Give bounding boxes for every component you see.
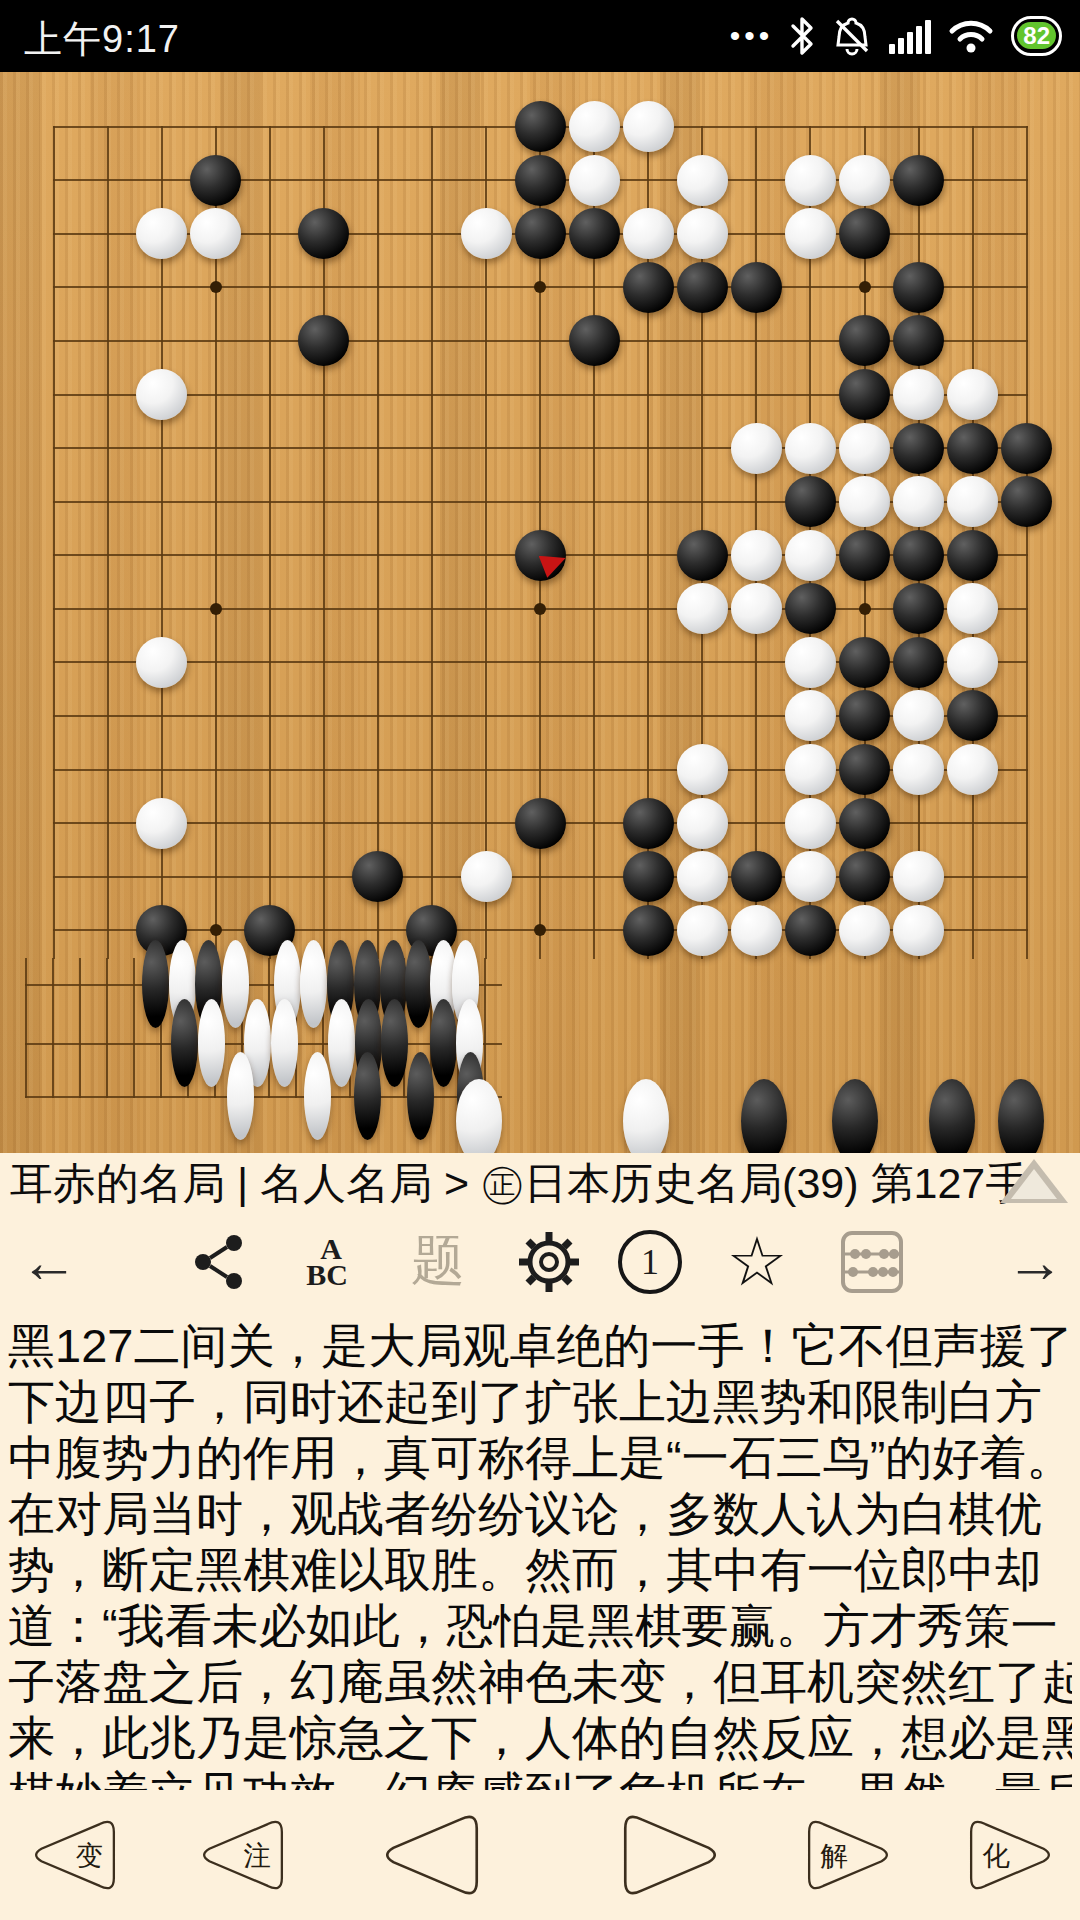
- stone-black: [947, 690, 998, 741]
- stone-white: [785, 690, 836, 741]
- stone-white: [569, 101, 620, 152]
- status-bar: 上午9:17 ••• 82: [0, 0, 1080, 72]
- grid-line-v: [377, 126, 379, 960]
- stone-black-distorted: [381, 999, 408, 1087]
- stone-black: [839, 851, 890, 902]
- stone-black: [623, 851, 674, 902]
- prev-move-button[interactable]: [371, 1794, 493, 1916]
- stone-black: [190, 155, 241, 206]
- stone-black: [1001, 423, 1052, 474]
- stone-black: [352, 851, 403, 902]
- title-bar: 耳赤的名局 | 名人名局 > ㊣日本历史名局(39) 第127手: [0, 1153, 1080, 1211]
- abc-icon: A BC: [306, 1236, 348, 1288]
- stone-white: [677, 583, 728, 634]
- grid-line-v: [1026, 126, 1028, 960]
- nav-button-化[interactable]: 化: [957, 1802, 1063, 1908]
- stone-white: [677, 744, 728, 795]
- collapse-board-button[interactable]: [1000, 1159, 1068, 1203]
- stone-black: [515, 798, 566, 849]
- forward-button[interactable]: →: [1000, 1211, 1070, 1312]
- stone-white-distorted: [222, 940, 249, 1028]
- stone-black: [677, 530, 728, 581]
- star-point: [534, 603, 546, 615]
- commentary-line: 下边四子，同时还起到了扩张上边黑势和限制白方: [8, 1374, 1072, 1430]
- grid-line-v: [53, 126, 55, 960]
- stone-white-distorted: [304, 1052, 331, 1140]
- star-point: [534, 924, 546, 936]
- stone-white: [947, 369, 998, 420]
- stone-black: [623, 905, 674, 956]
- stone-black: [785, 905, 836, 956]
- stone-black: [677, 262, 728, 313]
- coordinates-button[interactable]: A BC: [292, 1211, 362, 1312]
- star-point: [210, 281, 222, 293]
- clock: 上午9:17: [24, 14, 180, 65]
- share-button[interactable]: [185, 1211, 255, 1312]
- svg-text:变: 变: [75, 1840, 102, 1871]
- grid-line-v-distorted: [133, 958, 135, 1098]
- grid-line-v-distorted: [52, 958, 54, 1098]
- stone-black: [1001, 476, 1052, 527]
- stone-black: [947, 530, 998, 581]
- wifi-icon: [947, 17, 995, 55]
- stone-black: [731, 851, 782, 902]
- stone-white: [785, 530, 836, 581]
- stone-black: [893, 423, 944, 474]
- gear-icon: [516, 1229, 582, 1295]
- stone-black-distorted: [142, 940, 169, 1028]
- stone-white: [785, 423, 836, 474]
- next-move-button[interactable]: [609, 1794, 731, 1916]
- game-title: 耳赤的名局 | 名人名局 > ㊣日本历史名局(39) 第127手: [10, 1155, 1028, 1213]
- nav-button-注[interactable]: 注: [190, 1802, 296, 1908]
- stone-white: [893, 851, 944, 902]
- stone-white: [839, 905, 890, 956]
- stone-white: [731, 530, 782, 581]
- overflow-dots-icon: •••: [730, 0, 774, 72]
- stone-black-distorted: [998, 1079, 1044, 1153]
- stone-white: [893, 476, 944, 527]
- star-point: [859, 603, 871, 615]
- stone-white: [677, 905, 728, 956]
- svg-text:解: 解: [820, 1840, 847, 1871]
- stone-white: [785, 851, 836, 902]
- share-icon: [189, 1231, 251, 1293]
- star-point: [859, 281, 871, 293]
- stone-black: [839, 208, 890, 259]
- stone-white-distorted: [328, 999, 355, 1087]
- stone-white-distorted: [300, 940, 327, 1028]
- stone-white: [893, 369, 944, 420]
- stone-white: [677, 155, 728, 206]
- grid-line-v: [431, 126, 433, 960]
- commentary-line: 在对局当时，观战者纷纷议论，多数人认为白棋优: [8, 1486, 1072, 1542]
- go-board[interactable]: [0, 72, 1080, 1153]
- stone-white: [893, 905, 944, 956]
- commentary-text: 黑127二间关，是大局观卓绝的一手！它不但声援了下边四子，同时还起到了扩张上边黑…: [8, 1318, 1072, 1800]
- app-screen: 上午9:17 ••• 82: [0, 0, 1080, 1920]
- stone-black: [623, 798, 674, 849]
- stone-white: [947, 637, 998, 688]
- toolbar: ← A BC 题: [0, 1211, 1080, 1312]
- stone-white: [893, 690, 944, 741]
- commentary-line: 中腹势力的作用，真可称得上是“一石三鸟”的好着。: [8, 1430, 1072, 1486]
- commentary-line: 道：“我看未必如此，恐怕是黑棋要赢。方才秀策一: [8, 1598, 1072, 1654]
- stone-black-distorted: [741, 1079, 787, 1153]
- stone-black-distorted: [407, 1052, 434, 1140]
- stone-black-distorted: [354, 1052, 381, 1140]
- grid-line-v: [269, 126, 271, 960]
- stone-white: [461, 208, 512, 259]
- grid-line-v-distorted: [106, 958, 108, 1098]
- bluetooth-icon: [789, 16, 815, 56]
- commentary-line: 子落盘之后，幻庵虽然神色未变，但耳机突然红了起: [8, 1654, 1072, 1710]
- stone-white: [947, 583, 998, 634]
- stone-black: [731, 262, 782, 313]
- stone-white: [190, 208, 241, 259]
- stone-white: [136, 798, 187, 849]
- stone-white: [569, 155, 620, 206]
- battery-icon: 82: [1011, 16, 1062, 56]
- grid-line-v-distorted: [25, 958, 27, 1098]
- stone-black: [623, 262, 674, 313]
- stone-black-distorted: [832, 1079, 878, 1153]
- stone-black: [839, 369, 890, 420]
- stone-black: [298, 208, 349, 259]
- move-number-icon: 1: [618, 1230, 682, 1294]
- stone-black-distorted: [929, 1079, 975, 1153]
- stone-black: [569, 208, 620, 259]
- grid-line-v-distorted: [79, 958, 81, 1098]
- stone-black-distorted: [405, 940, 432, 1028]
- star-point: [210, 603, 222, 615]
- commentary-line: 黑127二间关，是大局观卓绝的一手！它不但声援了: [8, 1318, 1072, 1374]
- stone-white: [839, 155, 890, 206]
- stone-white: [839, 476, 890, 527]
- stone-white: [136, 208, 187, 259]
- stone-black-distorted: [171, 999, 198, 1087]
- stone-black: [893, 637, 944, 688]
- svg-text:化: 化: [982, 1840, 1010, 1871]
- commentary-line: 势，断定黑棋难以取胜。然而，其中有一位郎中却: [8, 1542, 1072, 1598]
- stone-black: [839, 637, 890, 688]
- stone-black: [947, 423, 998, 474]
- stone-black: [515, 101, 566, 152]
- stone-white-distorted: [198, 999, 225, 1087]
- stone-black: [569, 315, 620, 366]
- stone-white: [731, 583, 782, 634]
- commentary-line: 来，此兆乃是惊急之下，人体的自然反应，想必是黑: [8, 1710, 1072, 1766]
- battery-percent: 82: [1017, 22, 1056, 49]
- stone-black: [893, 583, 944, 634]
- stone-black: [893, 155, 944, 206]
- stone-white: [677, 851, 728, 902]
- problem-button[interactable]: 题: [403, 1211, 473, 1312]
- stone-black: [515, 208, 566, 259]
- stone-white-distorted: [227, 1052, 254, 1140]
- stone-black: [839, 798, 890, 849]
- stone-black: [893, 530, 944, 581]
- stone-white-distorted: [623, 1079, 669, 1153]
- svg-text:注: 注: [243, 1840, 270, 1871]
- favorite-button[interactable]: ☆: [722, 1211, 792, 1312]
- stone-white: [677, 208, 728, 259]
- stone-white: [623, 101, 674, 152]
- last-move-marker: [539, 556, 566, 578]
- stone-black: [839, 690, 890, 741]
- back-button[interactable]: ←: [14, 1211, 84, 1312]
- nav-button-解[interactable]: 解: [795, 1802, 901, 1908]
- stone-white: [136, 369, 187, 420]
- signal-bars-icon: [889, 18, 931, 54]
- stone-white-distorted: [271, 999, 298, 1087]
- stone-white: [731, 423, 782, 474]
- stone-black: [893, 315, 944, 366]
- star-point: [534, 281, 546, 293]
- settings-button[interactable]: [514, 1211, 584, 1312]
- stone-white: [461, 851, 512, 902]
- stone-black: [839, 530, 890, 581]
- stone-white: [623, 208, 674, 259]
- counting-button[interactable]: [837, 1211, 907, 1312]
- stone-black: [893, 262, 944, 313]
- bottom-button-bar: 变注解化: [0, 1790, 1080, 1920]
- stone-white: [947, 476, 998, 527]
- stone-black: [785, 476, 836, 527]
- stone-black: [785, 583, 836, 634]
- stone-white: [731, 905, 782, 956]
- stone-white: [785, 155, 836, 206]
- stone-black: [839, 315, 890, 366]
- stone-white: [785, 208, 836, 259]
- stone-black: [515, 155, 566, 206]
- stone-white: [893, 744, 944, 795]
- grid-line-v-distorted: [484, 958, 486, 1098]
- stone-white: [677, 798, 728, 849]
- stone-black: [839, 744, 890, 795]
- grid-line-v: [107, 126, 109, 960]
- stone-black-distorted: [430, 999, 457, 1087]
- stone-black: [515, 530, 566, 581]
- star-point: [210, 924, 222, 936]
- status-icons: ••• 82: [730, 0, 1062, 72]
- stone-white: [785, 798, 836, 849]
- nav-button-变[interactable]: 变: [22, 1802, 128, 1908]
- stone-white: [785, 744, 836, 795]
- stone-black: [298, 315, 349, 366]
- stone-white-distorted: [456, 1079, 502, 1153]
- stone-white: [947, 744, 998, 795]
- stone-white: [136, 637, 187, 688]
- stone-white: [785, 637, 836, 688]
- stone-white: [839, 423, 890, 474]
- mute-bell-icon: [831, 15, 873, 57]
- move-number-button[interactable]: 1: [615, 1211, 685, 1312]
- abacus-icon: [840, 1230, 904, 1294]
